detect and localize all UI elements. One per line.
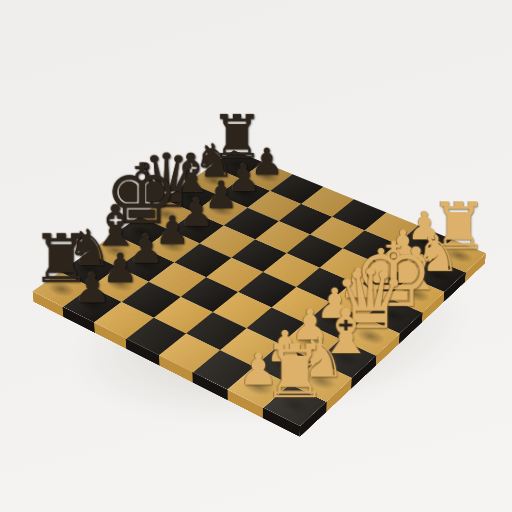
square-e7[interactable]: ♟ <box>169 212 224 243</box>
piece-contact-shadow <box>124 223 159 242</box>
white-rook-glyph: ♜ <box>262 336 328 410</box>
square-d5[interactable] <box>206 258 263 292</box>
piece-contact-shadow <box>250 168 283 185</box>
piece-contact-shadow <box>174 188 208 206</box>
square-g8[interactable]: ♞ <box>188 166 240 195</box>
chessboard: ♜♟♟♜♞♟♟♞♝♟♟♝♛♟♟♚♚♟♟♛♝♟♟♝♞♟♟♞♜♟♟♜ <box>32 150 486 426</box>
square-f5[interactable] <box>255 221 310 253</box>
black-rook-glyph: ♜ <box>210 108 264 168</box>
black-pawn-glyph: ♟ <box>74 267 111 308</box>
piece-contact-shadow <box>204 201 238 219</box>
black-knight-glyph: ♞ <box>194 138 235 184</box>
black-pawn-glyph: ♟ <box>227 159 260 196</box>
square-g5[interactable] <box>278 204 332 235</box>
square-h6[interactable] <box>270 174 322 203</box>
chessboard-grid: ♜♟♟♜♞♟♟♞♝♟♟♝♛♟♟♚♚♟♟♛♝♟♟♝♞♟♟♞♜♟♟♜ <box>32 150 486 426</box>
square-h5[interactable] <box>301 187 354 217</box>
black-king-glyph: ♚ <box>104 153 178 236</box>
black-pawn-glyph: ♟ <box>250 143 283 180</box>
square-g6[interactable] <box>248 191 301 221</box>
black-pawn-glyph: ♟ <box>179 193 213 231</box>
square-f6[interactable] <box>224 208 278 239</box>
square-d7[interactable]: ♟ <box>144 230 200 262</box>
square-f8[interactable]: ♝ <box>164 182 217 212</box>
square-g7[interactable]: ♟ <box>217 178 270 208</box>
square-e5[interactable] <box>231 239 287 272</box>
piece-contact-shadow <box>150 205 184 223</box>
square-d8[interactable]: ♚ <box>114 216 169 248</box>
square-h8[interactable]: ♜ <box>211 150 262 178</box>
piece-contact-shadow <box>221 156 254 173</box>
square-e6[interactable] <box>200 225 255 257</box>
black-pawn-glyph: ♟ <box>154 211 189 250</box>
piece-contact-shadow <box>227 184 261 202</box>
square-d6[interactable] <box>175 244 231 277</box>
square-f7[interactable]: ♟ <box>194 195 248 225</box>
piece-contact-shadow <box>154 236 189 255</box>
square-e8[interactable]: ♛ <box>140 199 194 230</box>
piece-contact-shadow <box>179 218 214 237</box>
square-h7[interactable]: ♟ <box>240 162 292 191</box>
black-bishop-glyph: ♝ <box>167 146 216 200</box>
chessboard-anchor: ♜♟♟♜♞♟♟♞♝♟♟♝♛♟♟♚♚♟♟♛♝♟♟♝♞♟♟♞♜♟♟♜ <box>101 110 425 434</box>
black-pawn-glyph: ♟ <box>204 176 238 214</box>
piece-contact-shadow <box>198 172 231 189</box>
product-photo-scene: ♜♟♟♜♞♟♟♞♝♟♟♝♛♟♟♚♚♟♟♛♝♟♟♝♞♟♟♞♜♟♟♜ <box>0 0 512 512</box>
black-queen-glyph: ♛ <box>133 144 199 218</box>
